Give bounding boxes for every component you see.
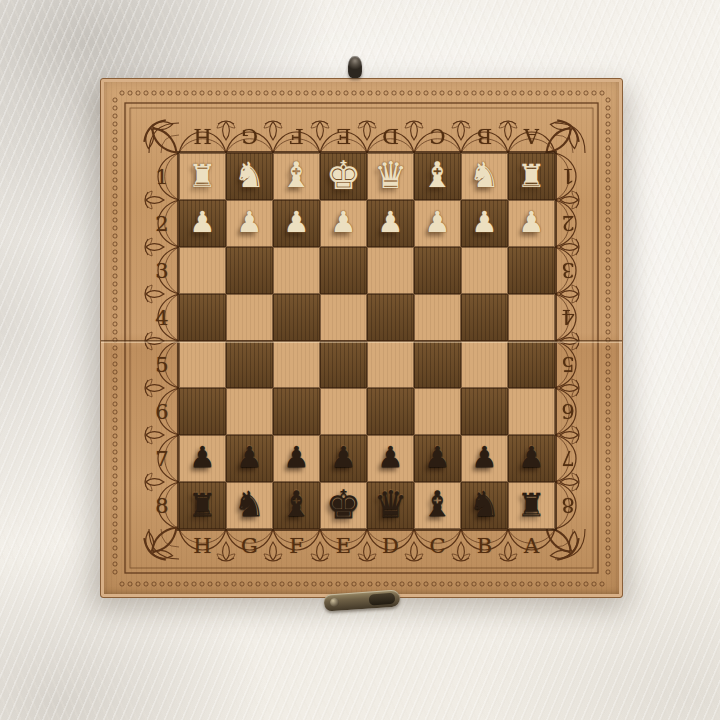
- rank-label-left-6: 6: [147, 388, 177, 435]
- square-b6[interactable]: [461, 388, 508, 435]
- square-f5[interactable]: [273, 341, 320, 388]
- square-e1[interactable]: ♚: [320, 153, 367, 200]
- rank-label-right-3: 3: [553, 247, 583, 294]
- piece-white-pawn-b2[interactable]: ♟: [472, 208, 498, 237]
- piece-black-rook-a8[interactable]: ♜: [517, 489, 546, 521]
- square-g3[interactable]: [226, 247, 273, 294]
- piece-white-rook-a1[interactable]: ♜: [517, 160, 546, 192]
- rank-label-right-2: 2: [553, 200, 583, 247]
- rank-label-left-5: 5: [147, 341, 177, 388]
- rank-label-right-7: 7: [553, 435, 583, 482]
- piece-white-knight-b1[interactable]: ♞: [469, 158, 500, 193]
- square-f4[interactable]: [273, 294, 320, 341]
- square-a6[interactable]: [508, 388, 555, 435]
- square-c6[interactable]: [414, 388, 461, 435]
- file-label-top-e: E: [320, 121, 367, 151]
- rank-label-right-1: 1: [553, 153, 583, 200]
- piece-white-bishop-f1[interactable]: ♝: [281, 158, 312, 193]
- square-g1[interactable]: ♞: [226, 153, 273, 200]
- file-label-top-a: A: [508, 121, 555, 151]
- square-g5[interactable]: [226, 341, 273, 388]
- rank-label-left-1: 1: [147, 153, 177, 200]
- square-a4[interactable]: [508, 294, 555, 341]
- square-g8[interactable]: ♞: [226, 482, 273, 529]
- square-h5[interactable]: [179, 341, 226, 388]
- chess-grid: ♜♞♝♚♛♝♞♜♟♟♟♟♟♟♟♟♟♟♟♟♟♟♟♟♜♞♝♚♛♝♞♜: [179, 153, 555, 529]
- square-f8[interactable]: ♝: [273, 482, 320, 529]
- piece-black-rook-h8[interactable]: ♜: [188, 489, 217, 521]
- piece-black-pawn-f7[interactable]: ♟: [284, 443, 310, 472]
- square-d1[interactable]: ♛: [367, 153, 414, 200]
- square-d2[interactable]: ♟: [367, 200, 414, 247]
- file-label-top-c: C: [414, 121, 461, 151]
- piece-white-king-e1[interactable]: ♚: [326, 156, 361, 195]
- piece-white-bishop-c1[interactable]: ♝: [422, 158, 453, 193]
- square-b3[interactable]: [461, 247, 508, 294]
- square-h2[interactable]: ♟: [179, 200, 226, 247]
- file-label-bottom-b: B: [461, 531, 508, 561]
- piece-white-pawn-g2[interactable]: ♟: [237, 208, 263, 237]
- square-e8[interactable]: ♚: [320, 482, 367, 529]
- file-label-top-g: G: [226, 121, 273, 151]
- piece-white-pawn-e2[interactable]: ♟: [331, 208, 357, 237]
- square-a1[interactable]: ♜: [508, 153, 555, 200]
- piece-white-pawn-a2[interactable]: ♟: [519, 208, 545, 237]
- piece-white-pawn-d2[interactable]: ♟: [378, 208, 404, 237]
- square-b8[interactable]: ♞: [461, 482, 508, 529]
- square-f6[interactable]: [273, 388, 320, 435]
- piece-black-pawn-b7[interactable]: ♟: [472, 443, 498, 472]
- square-d3[interactable]: [367, 247, 414, 294]
- piece-black-pawn-e7[interactable]: ♟: [331, 443, 357, 472]
- square-b5[interactable]: [461, 341, 508, 388]
- piece-white-pawn-f2[interactable]: ♟: [284, 208, 310, 237]
- square-a3[interactable]: [508, 247, 555, 294]
- file-label-bottom-h: H: [179, 531, 226, 561]
- square-e2[interactable]: ♟: [320, 200, 367, 247]
- square-g4[interactable]: [226, 294, 273, 341]
- square-e3[interactable]: [320, 247, 367, 294]
- square-h6[interactable]: [179, 388, 226, 435]
- rank-label-left-2: 2: [147, 200, 177, 247]
- rank-label-right-4: 4: [553, 294, 583, 341]
- file-label-top-f: F: [273, 121, 320, 151]
- square-c3[interactable]: [414, 247, 461, 294]
- file-label-bottom-g: G: [226, 531, 273, 561]
- square-e5[interactable]: [320, 341, 367, 388]
- piece-black-pawn-h7[interactable]: ♟: [190, 443, 216, 472]
- square-g6[interactable]: [226, 388, 273, 435]
- rank-label-right-6: 6: [553, 388, 583, 435]
- square-b7[interactable]: ♟: [461, 435, 508, 482]
- hinge-pin: [348, 56, 362, 78]
- rank-label-left-8: 8: [147, 482, 177, 529]
- rank-label-left-3: 3: [147, 247, 177, 294]
- square-h7[interactable]: ♟: [179, 435, 226, 482]
- square-c2[interactable]: ♟: [414, 200, 461, 247]
- square-a8[interactable]: ♜: [508, 482, 555, 529]
- square-e6[interactable]: [320, 388, 367, 435]
- square-f2[interactable]: ♟: [273, 200, 320, 247]
- file-label-bottom-d: D: [367, 531, 414, 561]
- piece-black-bishop-c8[interactable]: ♝: [422, 487, 453, 522]
- piece-black-knight-g8[interactable]: ♞: [234, 487, 265, 522]
- rank-label-right-5: 5: [553, 341, 583, 388]
- piece-black-pawn-c7[interactable]: ♟: [425, 443, 451, 472]
- piece-white-rook-h1[interactable]: ♜: [188, 160, 217, 192]
- rank-label-left-7: 7: [147, 435, 177, 482]
- file-label-top-h: H: [179, 121, 226, 151]
- piece-white-pawn-h2[interactable]: ♟: [190, 208, 216, 237]
- piece-black-queen-d8[interactable]: ♛: [374, 486, 407, 523]
- square-c4[interactable]: [414, 294, 461, 341]
- square-d6[interactable]: [367, 388, 414, 435]
- square-d8[interactable]: ♛: [367, 482, 414, 529]
- square-g2[interactable]: ♟: [226, 200, 273, 247]
- square-f1[interactable]: ♝: [273, 153, 320, 200]
- square-f3[interactable]: [273, 247, 320, 294]
- square-a7[interactable]: ♟: [508, 435, 555, 482]
- file-label-bottom-a: A: [508, 531, 555, 561]
- square-b2[interactable]: ♟: [461, 200, 508, 247]
- rank-label-right-8: 8: [553, 482, 583, 529]
- rank-label-left-4: 4: [147, 294, 177, 341]
- piece-black-bishop-f8[interactable]: ♝: [281, 487, 312, 522]
- square-b1[interactable]: ♞: [461, 153, 508, 200]
- square-h4[interactable]: [179, 294, 226, 341]
- piece-black-pawn-d7[interactable]: ♟: [378, 443, 404, 472]
- piece-white-knight-g1[interactable]: ♞: [234, 158, 265, 193]
- file-label-bottom-e: E: [320, 531, 367, 561]
- piece-white-queen-d1[interactable]: ♛: [374, 157, 407, 194]
- square-a5[interactable]: [508, 341, 555, 388]
- piece-black-pawn-a7[interactable]: ♟: [519, 443, 545, 472]
- square-g7[interactable]: ♟: [226, 435, 273, 482]
- file-label-bottom-f: F: [273, 531, 320, 561]
- square-c7[interactable]: ♟: [414, 435, 461, 482]
- square-c8[interactable]: ♝: [414, 482, 461, 529]
- file-label-top-d: D: [367, 121, 414, 151]
- piece-black-pawn-g7[interactable]: ♟: [237, 443, 263, 472]
- square-a2[interactable]: ♟: [508, 200, 555, 247]
- square-h1[interactable]: ♜: [179, 153, 226, 200]
- chess-box-board: ♜♞♝♚♛♝♞♜♟♟♟♟♟♟♟♟♟♟♟♟♟♟♟♟♜♞♝♚♛♝♞♜ HH11GG2…: [100, 78, 623, 598]
- square-d4[interactable]: [367, 294, 414, 341]
- square-h3[interactable]: [179, 247, 226, 294]
- square-e4[interactable]: [320, 294, 367, 341]
- square-c1[interactable]: ♝: [414, 153, 461, 200]
- square-h8[interactable]: ♜: [179, 482, 226, 529]
- square-b4[interactable]: [461, 294, 508, 341]
- piece-black-king-e8[interactable]: ♚: [326, 485, 361, 524]
- square-f7[interactable]: ♟: [273, 435, 320, 482]
- square-c5[interactable]: [414, 341, 461, 388]
- square-e7[interactable]: ♟: [320, 435, 367, 482]
- file-label-top-b: B: [461, 121, 508, 151]
- file-label-bottom-c: C: [414, 531, 461, 561]
- square-d7[interactable]: ♟: [367, 435, 414, 482]
- square-d5[interactable]: [367, 341, 414, 388]
- piece-black-knight-b8[interactable]: ♞: [469, 487, 500, 522]
- piece-white-pawn-c2[interactable]: ♟: [425, 208, 451, 237]
